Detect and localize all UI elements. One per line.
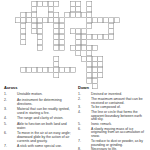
worksheet-page: Across 1.Unstable motion.2.An instrument… <box>0 0 150 150</box>
down-clue-text: A slowly moving mass of ice originating … <box>91 126 149 137</box>
across-clue-text: Material that can be readily ignited, us… <box>17 107 74 115</box>
across-clue-3: 3.Material that can be readily ignited, … <box>4 107 74 115</box>
across-clue-number: 2. <box>4 97 17 105</box>
grid-cell-r8c14[interactable] <box>92 45 98 51</box>
down-clue-text: The line or circle that forms the appare… <box>91 110 149 121</box>
grid-cell-r8c4[interactable] <box>37 45 43 51</box>
across-section: Across 1.Unstable motion.2.An instrument… <box>4 85 74 150</box>
grid-cell-r0c7[interactable] <box>54 1 60 7</box>
across-clue-5: 5.Able to function on both land and wate… <box>4 122 74 130</box>
across-clue-6: 6.To move in the air at an easy angle; d… <box>4 131 74 142</box>
down-clue-number: 2. <box>78 97 91 105</box>
down-clue-number: 1. <box>78 92 91 96</box>
across-clue-2: 2.An instrument for determining directio… <box>4 97 74 105</box>
grid-cell-r13c15[interactable] <box>98 73 104 79</box>
crossword-grid <box>15 1 120 89</box>
across-clue-text: Able to function on both land and water. <box>17 122 74 130</box>
across-clue-7: 7.A stick with some special use. <box>4 144 74 148</box>
grid-cell-r12c10[interactable] <box>70 67 76 73</box>
down-clue-text: Necessary to life. <box>91 147 149 150</box>
grid-cell-r13c7[interactable] <box>54 73 60 79</box>
across-clue-list: 1.Unstable motion.2.An instrument for de… <box>4 92 74 150</box>
down-clue-5: 5.Ironic remark. <box>78 122 149 126</box>
down-header: Down <box>78 85 149 90</box>
down-clue-text: To reduce to dust or powder, as by pound… <box>91 139 149 147</box>
down-clue-number: 5. <box>78 122 91 126</box>
down-clue-1: 1.Devised or invented. <box>78 92 149 96</box>
down-clue-7: 7.To reduce to dust or powder, as by pou… <box>78 139 149 147</box>
grid-cell-r4c13[interactable] <box>87 23 93 29</box>
across-clue-text: To move in the air at an easy angle; dow… <box>17 131 74 142</box>
down-clue-number: 3. <box>78 105 91 109</box>
down-clue-4: 4.The line or circle that forms the appa… <box>78 110 149 121</box>
down-clue-8: 8.Necessary to life. <box>78 147 149 150</box>
down-clue-text: To be composed of. <box>91 105 149 109</box>
across-clue-text: Not a bit; in no degree. <box>17 149 74 150</box>
down-clue-number: 7. <box>78 139 91 147</box>
across-clue-number: 5. <box>4 122 17 130</box>
across-clue-1: 1.Unstable motion. <box>4 92 74 96</box>
across-clue-number: 3. <box>4 107 17 115</box>
across-clue-number: 8. <box>4 149 17 150</box>
grid-cell-r7c1[interactable] <box>21 40 27 46</box>
down-clue-list: 1.Devised or invented.2.The maximum amou… <box>78 92 149 150</box>
down-section: Down 1.Devised or invented.2.The maximum… <box>78 85 149 150</box>
down-clue-text: Ironic remark. <box>91 122 149 126</box>
grid-cell-r3c18[interactable] <box>114 18 120 24</box>
across-header: Across <box>4 85 74 90</box>
across-clue-4: 4.The range and clarity of vision. <box>4 116 74 120</box>
across-clue-text: A stick with some special use. <box>17 144 74 148</box>
down-clue-number: 4. <box>78 110 91 121</box>
across-clue-8: 8.Not a bit; in no degree. <box>4 149 74 150</box>
across-clue-number: 4. <box>4 116 17 120</box>
grid-cell-r8c8[interactable] <box>59 45 65 51</box>
across-clue-text: The range and clarity of vision. <box>17 116 74 120</box>
across-clue-text: An instrument for determining directions… <box>17 97 74 105</box>
down-clue-text: The maximum amount that can be received … <box>91 97 149 105</box>
down-clue-2: 2.The maximum amount that can be receive… <box>78 97 149 105</box>
across-clue-text: Unstable motion. <box>17 92 74 96</box>
down-clue-text: Devised or invented. <box>91 92 149 96</box>
down-clue-6: 6.A slowly moving mass of ice originatin… <box>78 126 149 137</box>
down-clue-number: 8. <box>78 147 91 150</box>
down-clue-number: 6. <box>78 126 91 137</box>
across-clue-number: 1. <box>4 92 17 96</box>
across-clue-number: 7. <box>4 144 17 148</box>
down-clue-3: 3.To be composed of. <box>78 105 149 109</box>
across-clue-number: 6. <box>4 131 17 142</box>
grid-cell-r6c17[interactable] <box>109 34 115 40</box>
